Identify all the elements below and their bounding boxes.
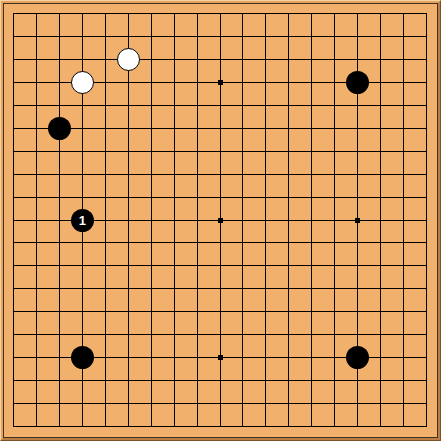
grid-line-vertical: [242, 13, 243, 427]
stone-black-d10[interactable]: 1: [71, 209, 94, 232]
stone-black-q16[interactable]: [346, 71, 369, 94]
move-number-label: 1: [79, 214, 86, 227]
grid-line-vertical: [426, 13, 427, 427]
grid-line-horizontal: [13, 334, 427, 335]
grid-line-vertical: [403, 13, 404, 427]
board-frame: 1: [1, 1, 440, 440]
grid-line-horizontal: [13, 380, 427, 381]
star-point: [218, 355, 223, 360]
stone-white-d16[interactable]: [71, 71, 94, 94]
stone-black-c14[interactable]: [48, 117, 71, 140]
grid-line-vertical: [311, 13, 312, 427]
stone-black-q4[interactable]: [346, 346, 369, 369]
grid-line-vertical: [265, 13, 266, 427]
grid-line-vertical: [334, 13, 335, 427]
grid-line-horizontal: [13, 311, 427, 312]
star-point: [355, 218, 360, 223]
grid-line-horizontal: [13, 403, 427, 404]
stone-black-d4[interactable]: [71, 346, 94, 369]
grid-line-vertical: [380, 13, 381, 427]
stone-white-f17[interactable]: [117, 48, 140, 71]
star-point: [218, 80, 223, 85]
grid-line-horizontal: [13, 242, 427, 243]
grid-line-horizontal: [13, 265, 427, 266]
star-point: [218, 218, 223, 223]
board-surface[interactable]: 1: [3, 3, 438, 438]
grid-line-horizontal: [13, 426, 427, 427]
grid-line-vertical: [288, 13, 289, 427]
go-board[interactable]: 1: [0, 0, 441, 441]
grid-line-horizontal: [13, 288, 427, 289]
